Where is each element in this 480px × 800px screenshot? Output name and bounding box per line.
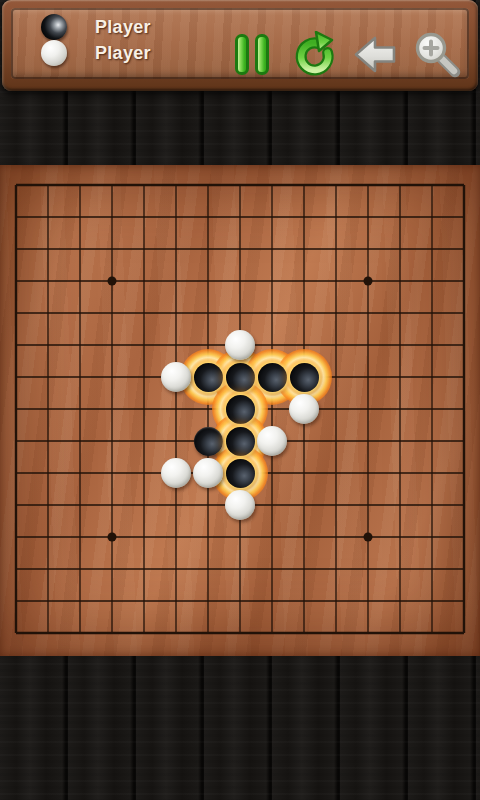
white-stone	[289, 394, 319, 424]
black-stone	[258, 363, 287, 392]
top-bar-panel: Player Player	[11, 8, 469, 79]
player-names: Player Player	[95, 14, 151, 66]
black-stone	[226, 427, 255, 456]
back-button[interactable]	[352, 34, 398, 75]
game-screen: Player Player	[0, 0, 480, 800]
magnifier-plus-icon	[413, 30, 463, 78]
player-stone-icons	[41, 14, 67, 66]
zoom-button[interactable]	[413, 30, 463, 78]
white-stone	[225, 330, 255, 360]
white-stone	[193, 458, 223, 488]
black-stone	[226, 363, 255, 392]
black-stone	[194, 427, 223, 456]
game-board[interactable]	[0, 165, 480, 656]
player-black-name: Player	[95, 14, 151, 40]
white-stone	[257, 426, 287, 456]
back-arrow-icon	[352, 34, 398, 75]
player-white-name: Player	[95, 40, 151, 66]
pause-icon	[233, 32, 271, 77]
white-stone	[161, 362, 191, 392]
black-stone-icon	[41, 14, 67, 40]
white-stone	[161, 458, 191, 488]
undo-rotate-icon	[291, 31, 337, 77]
black-stone	[194, 363, 223, 392]
black-stone	[290, 363, 319, 392]
black-stone	[226, 395, 255, 424]
top-bar: Player Player	[2, 0, 478, 91]
pause-button[interactable]	[233, 32, 271, 77]
black-stone	[226, 459, 255, 488]
white-stone-icon	[41, 40, 67, 66]
stones-layer	[0, 165, 480, 656]
player-list: Player Player	[41, 14, 151, 66]
white-stone	[225, 490, 255, 520]
undo-button[interactable]	[291, 31, 337, 77]
